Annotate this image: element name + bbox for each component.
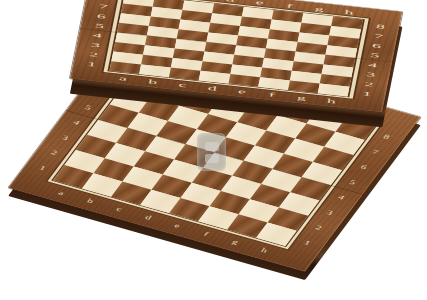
- watermark-glyph: [205, 142, 219, 151]
- product-photo-stage: abcdefgh abcdefgh 87654321 87654321 abcd…: [0, 0, 427, 300]
- watermark: [197, 133, 226, 171]
- watermark-glyph: [205, 154, 219, 163]
